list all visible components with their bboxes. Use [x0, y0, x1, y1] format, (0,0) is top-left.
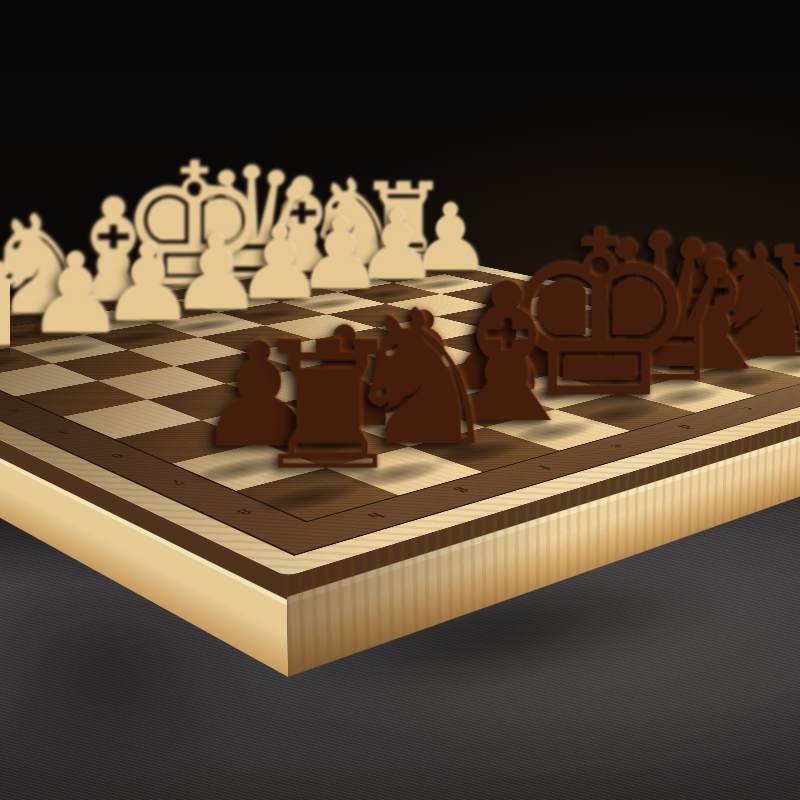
chess-photo-scene: 12345678hgfedcba♜♞♝♛♚♝♞♜♟♟♟♟♟♟♟♟♟♟♟♟♟♟♟♟…: [0, 0, 800, 800]
chess-board: 12345678hgfedcba♜♞♝♛♚♝♞♜♟♟♟♟♟♟♟♟♟♟♟♟♟♟♟♟…: [0, 250, 800, 577]
piece-white-pawn[interactable]: ♟: [0, 248, 59, 363]
piece-black-rook[interactable]: ♜: [247, 318, 410, 495]
